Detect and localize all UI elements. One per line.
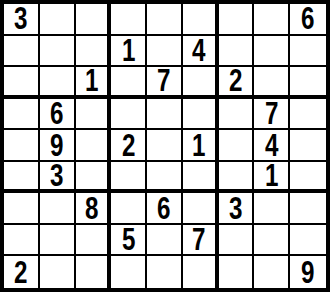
cell-r4c4[interactable] <box>111 99 147 131</box>
cell-r9c4[interactable] <box>111 256 147 288</box>
cell-r3c6[interactable] <box>183 67 219 99</box>
cell-r2c2[interactable] <box>40 36 76 68</box>
cell-r7c1[interactable] <box>4 193 40 225</box>
given-digit: 1 <box>265 162 278 191</box>
cell-r9c6[interactable] <box>183 256 219 288</box>
cell-r3c3: 1 <box>76 67 112 99</box>
cell-r2c3[interactable] <box>76 36 112 68</box>
cell-r9c2[interactable] <box>40 256 76 288</box>
cell-r9c7[interactable] <box>219 256 255 288</box>
cell-r8c6: 7 <box>183 225 219 257</box>
cell-r3c8[interactable] <box>254 67 290 99</box>
given-digit: 2 <box>121 130 134 160</box>
cell-r9c3[interactable] <box>76 256 112 288</box>
cell-r1c6[interactable] <box>183 4 219 36</box>
cell-r5c2: 9 <box>40 130 76 162</box>
given-digit: 6 <box>301 4 314 34</box>
cell-r6c9[interactable] <box>290 162 326 194</box>
given-digit: 1 <box>192 130 205 160</box>
cell-r3c2[interactable] <box>40 67 76 99</box>
cell-r4c1[interactable] <box>4 99 40 131</box>
cell-r6c1[interactable] <box>4 162 40 194</box>
cell-r1c8[interactable] <box>254 4 290 36</box>
cell-r8c7[interactable] <box>219 225 255 257</box>
given-digit: 1 <box>121 36 134 66</box>
cell-r1c2[interactable] <box>40 4 76 36</box>
cell-r6c2: 3 <box>40 162 76 194</box>
cell-r4c3[interactable] <box>76 99 112 131</box>
cell-r6c4[interactable] <box>111 162 147 194</box>
given-digit: 7 <box>192 225 205 255</box>
given-digit: 3 <box>14 4 27 34</box>
cell-r3c4[interactable] <box>111 67 147 99</box>
cell-r8c8[interactable] <box>254 225 290 257</box>
cell-r4c8: 7 <box>254 99 290 131</box>
given-digit: 7 <box>157 67 170 96</box>
cell-r3c1[interactable] <box>4 67 40 99</box>
cell-r5c7[interactable] <box>219 130 255 162</box>
cell-r6c7[interactable] <box>219 162 255 194</box>
cell-r1c5[interactable] <box>147 4 183 36</box>
given-digit: 5 <box>121 225 134 255</box>
cell-r2c7[interactable] <box>219 36 255 68</box>
cell-r5c1[interactable] <box>4 130 40 162</box>
cell-r8c3[interactable] <box>76 225 112 257</box>
cell-r4c7[interactable] <box>219 99 255 131</box>
cell-r1c1: 3 <box>4 4 40 36</box>
cell-r8c2[interactable] <box>40 225 76 257</box>
given-digit: 8 <box>85 193 98 223</box>
cell-r7c8[interactable] <box>254 193 290 225</box>
given-digit: 4 <box>192 36 205 66</box>
cell-r8c9[interactable] <box>290 225 326 257</box>
cell-r7c5: 6 <box>147 193 183 225</box>
cell-r5c3[interactable] <box>76 130 112 162</box>
cell-r9c1: 2 <box>4 256 40 288</box>
cell-r6c3[interactable] <box>76 162 112 194</box>
cell-r9c8[interactable] <box>254 256 290 288</box>
cell-r4c9[interactable] <box>290 99 326 131</box>
cell-r2c9[interactable] <box>290 36 326 68</box>
given-digit: 3 <box>50 162 63 191</box>
cell-r5c9[interactable] <box>290 130 326 162</box>
given-digit: 4 <box>265 130 278 160</box>
cell-r9c5[interactable] <box>147 256 183 288</box>
cell-r1c3[interactable] <box>76 4 112 36</box>
cell-r8c4: 5 <box>111 225 147 257</box>
cell-r5c8: 4 <box>254 130 290 162</box>
given-digit: 9 <box>301 257 314 288</box>
given-digit: 2 <box>229 67 242 96</box>
cell-r4c5[interactable] <box>147 99 183 131</box>
given-digit: 6 <box>50 99 63 129</box>
given-digit: 6 <box>157 193 170 223</box>
cell-r6c6[interactable] <box>183 162 219 194</box>
cell-r5c4: 2 <box>111 130 147 162</box>
cell-r7c4[interactable] <box>111 193 147 225</box>
cell-r3c5: 7 <box>147 67 183 99</box>
cell-r2c1[interactable] <box>4 36 40 68</box>
cell-r7c7: 3 <box>219 193 255 225</box>
cell-r8c5[interactable] <box>147 225 183 257</box>
cell-r4c6[interactable] <box>183 99 219 131</box>
given-digit: 9 <box>50 130 63 160</box>
cell-r8c1[interactable] <box>4 225 40 257</box>
cell-r7c9[interactable] <box>290 193 326 225</box>
cell-r6c5[interactable] <box>147 162 183 194</box>
cell-r1c4[interactable] <box>111 4 147 36</box>
cell-r3c7: 2 <box>219 67 255 99</box>
cell-r5c6: 1 <box>183 130 219 162</box>
sudoku-board: 3614172679214318635729 <box>0 0 330 292</box>
cell-r1c7[interactable] <box>219 4 255 36</box>
cell-r1c9: 6 <box>290 4 326 36</box>
cell-r2c8[interactable] <box>254 36 290 68</box>
cell-r6c8: 1 <box>254 162 290 194</box>
given-digit: 2 <box>14 257 27 288</box>
cell-r7c3: 8 <box>76 193 112 225</box>
cell-r7c2[interactable] <box>40 193 76 225</box>
cell-r2c5[interactable] <box>147 36 183 68</box>
cell-r2c6: 4 <box>183 36 219 68</box>
given-digit: 3 <box>229 193 242 223</box>
cell-r5c5[interactable] <box>147 130 183 162</box>
given-digit: 1 <box>85 67 98 96</box>
cell-r4c2: 6 <box>40 99 76 131</box>
given-digit: 7 <box>265 99 278 129</box>
cell-r2c4: 1 <box>111 36 147 68</box>
cell-r9c9: 9 <box>290 256 326 288</box>
cell-r3c9[interactable] <box>290 67 326 99</box>
cell-r7c6[interactable] <box>183 193 219 225</box>
